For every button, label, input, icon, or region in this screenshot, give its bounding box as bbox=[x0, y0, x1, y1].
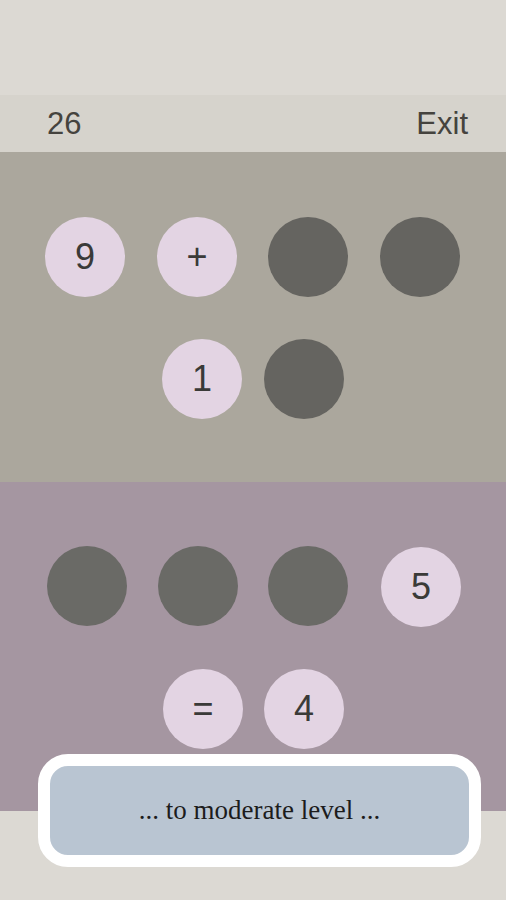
cell-label: 4 bbox=[294, 688, 314, 730]
cell-hidden-6[interactable] bbox=[268, 546, 348, 626]
cell-operator-equals[interactable]: = bbox=[163, 669, 243, 749]
cell-label: = bbox=[192, 688, 213, 730]
app-screen: 26 Exit 9 + 1 5 = 4 ... to moderate leve… bbox=[0, 0, 506, 900]
cell-operator-plus[interactable]: + bbox=[157, 217, 237, 297]
cell-value-1[interactable]: 1 bbox=[162, 339, 242, 419]
cell-label: 1 bbox=[192, 358, 212, 400]
cell-label: + bbox=[186, 236, 207, 278]
cell-value-4[interactable]: 4 bbox=[264, 669, 344, 749]
cell-hidden-3[interactable] bbox=[264, 339, 344, 419]
header-bar: 26 Exit bbox=[0, 95, 506, 152]
exit-button[interactable]: Exit bbox=[416, 106, 468, 142]
toast-message: ... to moderate level ... bbox=[139, 795, 380, 826]
cell-value-5[interactable]: 5 bbox=[381, 547, 461, 627]
status-area bbox=[0, 0, 506, 95]
cell-label: 5 bbox=[411, 566, 431, 608]
cell-hidden-1[interactable] bbox=[268, 217, 348, 297]
cell-label: 9 bbox=[75, 236, 95, 278]
equation-top-section bbox=[0, 152, 506, 482]
cell-hidden-2[interactable] bbox=[380, 217, 460, 297]
cell-hidden-5[interactable] bbox=[158, 546, 238, 626]
timer-score: 26 bbox=[47, 106, 81, 142]
cell-hidden-4[interactable] bbox=[47, 546, 127, 626]
cell-value-9[interactable]: 9 bbox=[45, 217, 125, 297]
level-toast: ... to moderate level ... bbox=[38, 754, 481, 867]
